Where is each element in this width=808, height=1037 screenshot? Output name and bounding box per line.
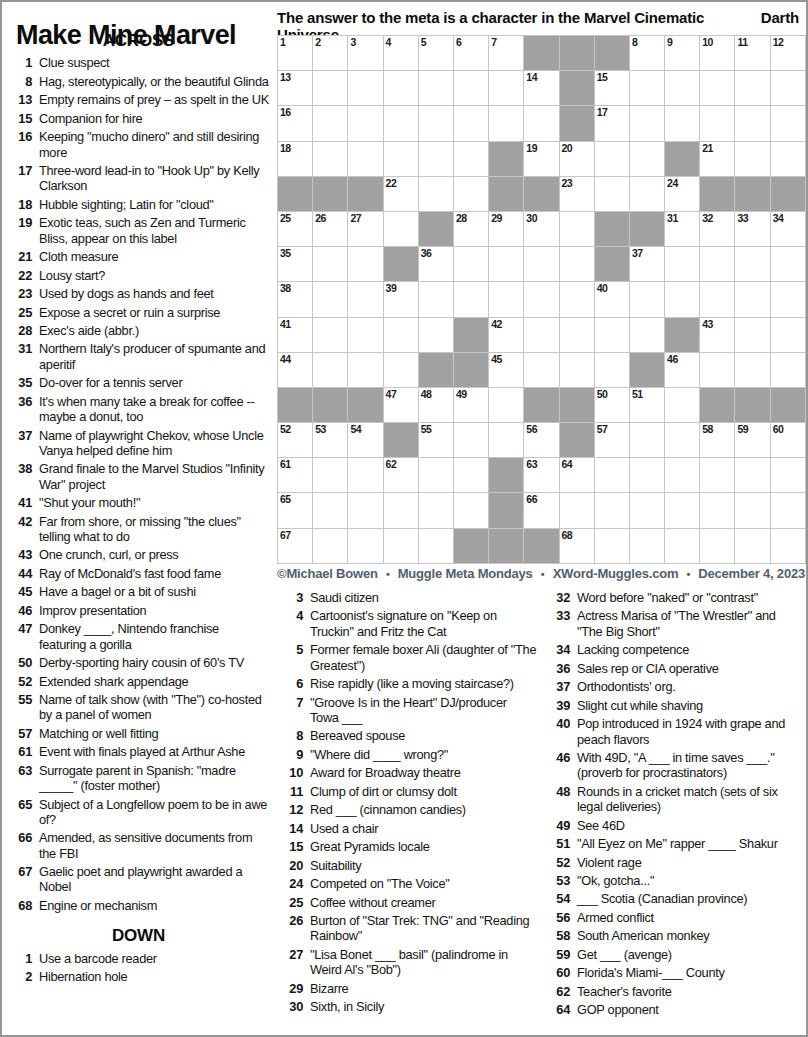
- clue-text: Have a bagel or a bit of sushi: [39, 584, 269, 599]
- grid-cell[interactable]: [665, 106, 699, 140]
- grid-cell[interactable]: 1: [278, 36, 312, 70]
- grid-cell[interactable]: [665, 493, 699, 527]
- grid-cell[interactable]: [771, 493, 805, 527]
- grid-cell[interactable]: [630, 142, 664, 176]
- clue-item: 57Matching or well fitting: [8, 726, 269, 741]
- grid-cell[interactable]: 44: [278, 353, 312, 387]
- clue-text: Bereaved spouse: [310, 728, 538, 743]
- grid-cell[interactable]: 62: [384, 458, 418, 492]
- grid-cell[interactable]: 23: [560, 177, 594, 211]
- grid-cell[interactable]: [771, 458, 805, 492]
- cell-number: 19: [526, 142, 537, 154]
- grid-cell[interactable]: 59: [735, 423, 769, 457]
- grid-cell[interactable]: 27: [348, 212, 382, 246]
- grid-cell[interactable]: [454, 177, 488, 211]
- grid-cell[interactable]: [735, 353, 769, 387]
- grid-cell[interactable]: 40: [595, 282, 629, 316]
- grid-cell[interactable]: [665, 458, 699, 492]
- grid-cell[interactable]: [419, 142, 453, 176]
- clue-text: With 49D, "A ___ in time saves ___." (pr…: [577, 750, 802, 781]
- grid-cell[interactable]: [630, 529, 664, 563]
- grid-cell[interactable]: 41: [278, 318, 312, 352]
- grid-cell[interactable]: [384, 142, 418, 176]
- clue-number: 21: [8, 249, 32, 264]
- grid-cell[interactable]: 8: [630, 36, 664, 70]
- grid-cell[interactable]: [454, 142, 488, 176]
- grid-cell[interactable]: 53: [313, 423, 347, 457]
- clue-number: 38: [8, 461, 32, 492]
- cell-number: 49: [456, 388, 467, 400]
- grid-black-cell: [630, 353, 664, 387]
- clue-item: 35Do-over for a tennis server: [8, 375, 269, 390]
- grid-cell[interactable]: [630, 318, 664, 352]
- grid-cell[interactable]: 68: [560, 529, 594, 563]
- clue-text: Clue suspect: [39, 55, 269, 70]
- cell-number: 28: [456, 212, 467, 224]
- grid-cell[interactable]: 43: [700, 318, 734, 352]
- clue-text: Exec's aide (abbr.): [39, 323, 269, 338]
- cell-number: 30: [526, 212, 537, 224]
- clue-column-middle: 3Saudi citizen4Cartoonist's signature on…: [279, 590, 538, 1018]
- clue-item: 17Three-word lead-in to "Hook Up" by Kel…: [8, 163, 269, 194]
- grid-cell[interactable]: [419, 318, 453, 352]
- grid-cell[interactable]: [419, 282, 453, 316]
- grid-cell[interactable]: [419, 529, 453, 563]
- grid-cell[interactable]: [595, 177, 629, 211]
- cell-number: 40: [597, 282, 608, 294]
- grid-cell[interactable]: 28: [454, 212, 488, 246]
- clue-item: 1Use a barcode reader: [8, 951, 269, 966]
- clue-item: 28Exec's aide (abbr.): [8, 323, 269, 338]
- grid-cell[interactable]: [665, 529, 699, 563]
- clue-text: Great Pyramids locale: [310, 839, 538, 854]
- grid-cell[interactable]: [524, 247, 558, 281]
- grid-cell[interactable]: [735, 247, 769, 281]
- clue-number: 45: [8, 584, 32, 599]
- grid-cell[interactable]: 47: [384, 388, 418, 422]
- grid-cell[interactable]: [700, 247, 734, 281]
- grid-cell[interactable]: [771, 142, 805, 176]
- grid-cell[interactable]: [735, 458, 769, 492]
- clue-item: 16Keeping "mucho dinero" and still desir…: [8, 129, 269, 160]
- clue-item: 7"Groove Is in the Heart" DJ/producer To…: [279, 695, 538, 726]
- grid-cell[interactable]: [524, 353, 558, 387]
- grid-cell[interactable]: [665, 388, 699, 422]
- cell-number: 2: [315, 36, 320, 48]
- grid-cell[interactable]: [700, 106, 734, 140]
- grid-cell[interactable]: [524, 318, 558, 352]
- grid-cell[interactable]: [313, 282, 347, 316]
- grid-cell[interactable]: [771, 282, 805, 316]
- grid-cell[interactable]: [771, 529, 805, 563]
- clue-column-right: 32Word before "naked" or "contrast"33Act…: [546, 590, 802, 1021]
- grid-cell[interactable]: [348, 353, 382, 387]
- grid-cell[interactable]: 45: [489, 353, 523, 387]
- clue-item: 11Clump of dirt or clumsy dolt: [279, 784, 538, 799]
- grid-cell[interactable]: [419, 71, 453, 105]
- cell-number: 39: [386, 282, 397, 294]
- grid-cell[interactable]: [384, 493, 418, 527]
- grid-cell[interactable]: 39: [384, 282, 418, 316]
- crossword-grid: 1234567891011121314151617181920212223242…: [277, 35, 806, 564]
- clue-item: 27"Lisa Bonet ___ basil" (palindrome in …: [279, 947, 538, 978]
- clue-number: 7: [279, 695, 303, 726]
- grid-cell[interactable]: [630, 177, 664, 211]
- clue-text: Expose a secret or ruin a surprise: [39, 305, 269, 320]
- clue-number: 41: [8, 495, 32, 510]
- grid-cell[interactable]: [700, 458, 734, 492]
- grid-cell[interactable]: [454, 106, 488, 140]
- grid-cell[interactable]: [700, 282, 734, 316]
- clue-text: Lacking competence: [577, 642, 802, 657]
- clue-item: 31Northern Italy's producer of spumante …: [8, 341, 269, 372]
- attribution-line: ©Michael Bowen•Muggle Meta Mondays•XWord…: [277, 566, 805, 581]
- grid-cell[interactable]: [595, 318, 629, 352]
- grid-cell[interactable]: 25: [278, 212, 312, 246]
- grid-cell[interactable]: [700, 529, 734, 563]
- grid-cell[interactable]: [560, 353, 594, 387]
- grid-cell[interactable]: [313, 529, 347, 563]
- cell-number: 34: [773, 212, 784, 224]
- grid-cell[interactable]: [700, 493, 734, 527]
- clue-number: 62: [546, 984, 570, 999]
- grid-cell[interactable]: [489, 71, 523, 105]
- clue-number: 37: [8, 428, 32, 459]
- clue-item: 5Former female boxer Ali (daughter of "T…: [279, 642, 538, 673]
- down-clues-right: 32Word before "naked" or "contrast"33Act…: [546, 590, 802, 1018]
- grid-cell[interactable]: 3: [348, 36, 382, 70]
- grid-black-cell: [348, 388, 382, 422]
- grid-black-cell: [700, 177, 734, 211]
- clue-item: 24Competed on "The Voice": [279, 876, 538, 891]
- grid-cell[interactable]: [524, 106, 558, 140]
- grid-cell[interactable]: 60: [771, 423, 805, 457]
- grid-cell[interactable]: [735, 529, 769, 563]
- grid-cell[interactable]: 65: [278, 493, 312, 527]
- grid-cell[interactable]: 6: [454, 36, 488, 70]
- grid-cell[interactable]: 33: [735, 212, 769, 246]
- grid-cell[interactable]: [489, 282, 523, 316]
- clue-number: 48: [546, 784, 570, 815]
- clue-text: Surrogate parent in Spanish: "madre ____…: [39, 763, 269, 794]
- grid-cell[interactable]: 35: [278, 247, 312, 281]
- cell-number: 13: [280, 71, 291, 83]
- grid-cell[interactable]: [454, 247, 488, 281]
- grid-cell[interactable]: 26: [313, 212, 347, 246]
- clue-number: 61: [8, 744, 32, 759]
- clue-text: Orthodontists' org.: [577, 679, 802, 694]
- grid-cell[interactable]: [348, 529, 382, 563]
- grid-cell[interactable]: 21: [700, 142, 734, 176]
- clue-number: 12: [279, 802, 303, 817]
- clue-item: 49See 46D: [546, 818, 802, 833]
- grid-cell[interactable]: [454, 458, 488, 492]
- cell-number: 32: [702, 212, 713, 224]
- grid-cell[interactable]: 17: [595, 106, 629, 140]
- grid-cell[interactable]: 58: [700, 423, 734, 457]
- clue-text: Burton of "Star Trek: TNG" and "Reading …: [310, 913, 538, 944]
- grid-cell[interactable]: [313, 71, 347, 105]
- grid-cell[interactable]: [630, 423, 664, 457]
- grid-cell[interactable]: [454, 493, 488, 527]
- clue-text: South American monkey: [577, 928, 802, 943]
- clue-item: 41"Shut your mouth!": [8, 495, 269, 510]
- cell-number: 10: [702, 36, 713, 48]
- grid-cell[interactable]: 38: [278, 282, 312, 316]
- grid-cell[interactable]: 63: [524, 458, 558, 492]
- clue-item: 48Rounds in a cricket match (sets of six…: [546, 784, 802, 815]
- cell-number: 8: [632, 36, 637, 48]
- grid-cell[interactable]: [348, 247, 382, 281]
- grid-cell[interactable]: [735, 71, 769, 105]
- clue-item: 15Companion for hire: [8, 111, 269, 126]
- clue-text: Violent rage: [577, 855, 802, 870]
- grid-cell[interactable]: 30: [524, 212, 558, 246]
- clue-item: 21Cloth measure: [8, 249, 269, 264]
- clue-item: 46Improv presentation: [8, 603, 269, 618]
- grid-cell[interactable]: 51: [630, 388, 664, 422]
- grid-cell[interactable]: 22: [384, 177, 418, 211]
- grid-cell[interactable]: [560, 212, 594, 246]
- clue-text: Engine or mechanism: [39, 898, 269, 913]
- grid-cell[interactable]: [313, 353, 347, 387]
- grid-black-cell: [735, 388, 769, 422]
- grid-cell[interactable]: 20: [560, 142, 594, 176]
- cell-number: 29: [491, 212, 502, 224]
- clue-text: Empty remains of prey – as spelt in the …: [39, 92, 269, 107]
- grid-cell[interactable]: [630, 458, 664, 492]
- grid-cell[interactable]: 16: [278, 106, 312, 140]
- cell-number: 56: [526, 423, 537, 435]
- cell-number: 57: [597, 423, 608, 435]
- clue-number: 42: [8, 514, 32, 545]
- grid-cell[interactable]: [735, 106, 769, 140]
- clue-number: 9: [279, 747, 303, 762]
- grid-cell[interactable]: [419, 493, 453, 527]
- grid-cell[interactable]: 46: [665, 353, 699, 387]
- cell-number: 25: [280, 212, 291, 224]
- cell-number: 37: [632, 247, 643, 259]
- grid-cell[interactable]: 66: [524, 493, 558, 527]
- grid-cell[interactable]: [735, 282, 769, 316]
- grid-black-cell: [489, 142, 523, 176]
- clue-item: 51"All Eyez on Me" rapper ____ Shakur: [546, 836, 802, 851]
- cell-number: 41: [280, 318, 291, 330]
- clue-item: 1Clue suspect: [8, 55, 269, 70]
- cell-number: 38: [280, 282, 291, 294]
- clue-text: Former female boxer Ali (daughter of "Th…: [310, 642, 538, 673]
- grid-cell[interactable]: 19: [524, 142, 558, 176]
- clue-item: 44Ray of McDonald's fast food fame: [8, 566, 269, 581]
- clue-item: 30Sixth, in Sicily: [279, 999, 538, 1014]
- grid-cell[interactable]: 67: [278, 529, 312, 563]
- grid-cell[interactable]: [665, 247, 699, 281]
- grid-cell[interactable]: [630, 71, 664, 105]
- grid-black-cell: [278, 388, 312, 422]
- grid-cell[interactable]: [348, 282, 382, 316]
- grid-cell[interactable]: 52: [278, 423, 312, 457]
- grid-cell[interactable]: [595, 142, 629, 176]
- grid-cell[interactable]: [384, 529, 418, 563]
- grid-cell[interactable]: [313, 247, 347, 281]
- grid-cell[interactable]: [313, 318, 347, 352]
- clue-number: 53: [546, 873, 570, 888]
- grid-cell[interactable]: 7: [489, 36, 523, 70]
- grid-cell[interactable]: 12: [771, 36, 805, 70]
- attribution-date: December 4, 2023: [698, 566, 805, 581]
- grid-black-cell: [384, 247, 418, 281]
- grid-cell[interactable]: 13: [278, 71, 312, 105]
- grid-cell[interactable]: [595, 529, 629, 563]
- grid-cell[interactable]: [419, 458, 453, 492]
- grid-cell[interactable]: [595, 353, 629, 387]
- grid-cell[interactable]: 15: [595, 71, 629, 105]
- attribution-author: ©Michael Bowen: [277, 566, 378, 581]
- grid-cell[interactable]: 10: [700, 36, 734, 70]
- grid-cell[interactable]: [560, 318, 594, 352]
- grid-cell[interactable]: [384, 71, 418, 105]
- grid-cell[interactable]: 50: [595, 388, 629, 422]
- cell-number: 67: [280, 529, 291, 541]
- grid-cell[interactable]: [348, 318, 382, 352]
- clue-number: 58: [546, 928, 570, 943]
- clue-item: 52Extended shark appendage: [8, 674, 269, 689]
- grid-cell[interactable]: [771, 353, 805, 387]
- grid-cell[interactable]: [419, 106, 453, 140]
- grid-cell[interactable]: [384, 318, 418, 352]
- grid-cell[interactable]: 5: [419, 36, 453, 70]
- grid-cell[interactable]: [665, 423, 699, 457]
- grid-cell[interactable]: [771, 106, 805, 140]
- grid-black-cell: [524, 529, 558, 563]
- clue-item: 42Far from shore, or missing "the clues"…: [8, 514, 269, 545]
- cell-number: 55: [421, 423, 432, 435]
- grid-cell[interactable]: 34: [771, 212, 805, 246]
- grid-cell[interactable]: [489, 423, 523, 457]
- grid-cell[interactable]: [489, 247, 523, 281]
- cell-number: 3: [350, 36, 355, 48]
- clue-number: 50: [8, 655, 32, 670]
- grid-cell[interactable]: [313, 106, 347, 140]
- grid-cell[interactable]: [560, 493, 594, 527]
- clue-text: Use a barcode reader: [39, 951, 269, 966]
- grid-cell[interactable]: 4: [384, 36, 418, 70]
- grid-cell[interactable]: [560, 247, 594, 281]
- grid-cell[interactable]: 61: [278, 458, 312, 492]
- grid-cell[interactable]: [665, 282, 699, 316]
- grid-cell[interactable]: [454, 423, 488, 457]
- grid-cell[interactable]: 56: [524, 423, 558, 457]
- grid-cell[interactable]: 55: [419, 423, 453, 457]
- grid-cell[interactable]: [489, 388, 523, 422]
- grid-black-cell: [595, 247, 629, 281]
- clue-number: 5: [279, 642, 303, 673]
- clue-text: One crunch, curl, or press: [39, 547, 269, 562]
- grid-cell[interactable]: 49: [454, 388, 488, 422]
- grid-cell[interactable]: [419, 177, 453, 211]
- grid-cell[interactable]: [348, 71, 382, 105]
- grid-black-cell: [665, 318, 699, 352]
- grid-cell[interactable]: 42: [489, 318, 523, 352]
- grid-cell[interactable]: [348, 106, 382, 140]
- grid-cell[interactable]: [700, 71, 734, 105]
- clue-item: 20Suitability: [279, 858, 538, 873]
- clue-item: 18Hubble sighting; Latin for "cloud": [8, 197, 269, 212]
- clue-item: 8Bereaved spouse: [279, 728, 538, 743]
- clue-number: 47: [8, 621, 32, 652]
- grid-cell[interactable]: [489, 106, 523, 140]
- grid-cell[interactable]: [665, 71, 699, 105]
- grid-cell[interactable]: [595, 458, 629, 492]
- grid-cell[interactable]: 18: [278, 142, 312, 176]
- grid-cell[interactable]: [595, 493, 629, 527]
- grid-cell[interactable]: [384, 106, 418, 140]
- grid-cell[interactable]: [454, 282, 488, 316]
- grid-cell[interactable]: [313, 458, 347, 492]
- grid-cell[interactable]: [313, 493, 347, 527]
- grid-cell[interactable]: 36: [419, 247, 453, 281]
- grid-cell[interactable]: [735, 142, 769, 176]
- cell-number: 17: [597, 106, 608, 118]
- grid-cell[interactable]: [348, 493, 382, 527]
- grid-cell[interactable]: [771, 247, 805, 281]
- grid-cell[interactable]: [454, 71, 488, 105]
- grid-cell[interactable]: 32: [700, 212, 734, 246]
- clue-text: Event with finals played at Arthur Ashe: [39, 744, 269, 759]
- clue-number: 49: [546, 818, 570, 833]
- cell-number: 26: [315, 212, 326, 224]
- grid-cell[interactable]: [384, 212, 418, 246]
- clue-number: 55: [8, 692, 32, 723]
- grid-cell[interactable]: 57: [595, 423, 629, 457]
- grid-cell[interactable]: 11: [735, 36, 769, 70]
- grid-cell[interactable]: 14: [524, 71, 558, 105]
- clue-text: Extended shark appendage: [39, 674, 269, 689]
- grid-cell[interactable]: [630, 106, 664, 140]
- clue-item: 22Lousy start?: [8, 268, 269, 283]
- grid-cell[interactable]: 29: [489, 212, 523, 246]
- grid-cell[interactable]: [560, 282, 594, 316]
- attribution-series: Muggle Meta Mondays: [398, 566, 533, 581]
- cell-number: 66: [526, 493, 537, 505]
- cell-number: 54: [350, 423, 361, 435]
- grid-cell[interactable]: 24: [665, 177, 699, 211]
- grid-cell[interactable]: [313, 142, 347, 176]
- grid-cell[interactable]: 31: [665, 212, 699, 246]
- grid-cell[interactable]: 37: [630, 247, 664, 281]
- grid-cell[interactable]: [771, 71, 805, 105]
- grid-cell[interactable]: [348, 458, 382, 492]
- clue-item: 37Orthodontists' org.: [546, 679, 802, 694]
- grid-cell[interactable]: 2: [313, 36, 347, 70]
- grid-cell[interactable]: 54: [348, 423, 382, 457]
- grid-cell[interactable]: [735, 493, 769, 527]
- grid-cell[interactable]: 9: [665, 36, 699, 70]
- grid-cell[interactable]: 48: [419, 388, 453, 422]
- grid-cell[interactable]: [384, 353, 418, 387]
- grid-cell[interactable]: [630, 493, 664, 527]
- grid-cell[interactable]: [524, 282, 558, 316]
- grid-cell[interactable]: [735, 318, 769, 352]
- grid-cell[interactable]: [348, 142, 382, 176]
- clue-number: 63: [8, 763, 32, 794]
- clue-item: 32Word before "naked" or "contrast": [546, 590, 802, 605]
- grid-cell[interactable]: [771, 318, 805, 352]
- grid-cell[interactable]: [700, 353, 734, 387]
- grid-cell[interactable]: 64: [560, 458, 594, 492]
- grid-cell[interactable]: [630, 282, 664, 316]
- cell-number: 52: [280, 423, 291, 435]
